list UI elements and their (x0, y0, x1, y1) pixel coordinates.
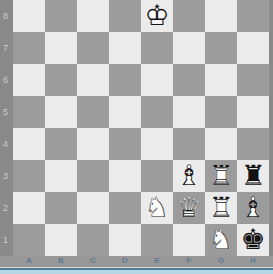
square-h3[interactable]: ♜ (237, 160, 269, 192)
square-e7[interactable] (141, 32, 173, 64)
square-a5[interactable] (13, 96, 45, 128)
square-h1[interactable]: ♚ (237, 224, 269, 256)
file-label-b: B (58, 257, 64, 265)
square-c7[interactable] (77, 32, 109, 64)
black-rook[interactable]: ♜ (237, 160, 269, 192)
white-rook[interactable]: ♜♖ (205, 160, 237, 192)
square-d6[interactable] (109, 64, 141, 96)
square-a7[interactable] (13, 32, 45, 64)
square-b2[interactable] (45, 192, 77, 224)
black-king[interactable]: ♚ (237, 224, 269, 256)
file-label-f: F (187, 257, 192, 265)
square-c5[interactable] (77, 96, 109, 128)
square-e6[interactable] (141, 64, 173, 96)
square-g5[interactable] (205, 96, 237, 128)
square-g8[interactable] (205, 0, 237, 32)
square-a1[interactable] (13, 224, 45, 256)
square-b5[interactable] (45, 96, 77, 128)
square-h6[interactable] (237, 64, 269, 96)
rank-label-7: 7 (3, 44, 13, 53)
square-f2[interactable]: ♛♕ (173, 192, 205, 224)
square-g4[interactable] (205, 128, 237, 160)
square-g6[interactable] (205, 64, 237, 96)
square-a2[interactable] (13, 192, 45, 224)
rank-label-6: 6 (3, 76, 13, 85)
white-bishop-glyph: ♗ (237, 192, 269, 224)
square-g7[interactable] (205, 32, 237, 64)
square-g2[interactable]: ♜♖ (205, 192, 237, 224)
white-bishop[interactable]: ♝♗ (237, 192, 269, 224)
white-rook-glyph: ♖ (205, 160, 237, 192)
white-king[interactable]: ♚♔ (141, 0, 173, 32)
square-a4[interactable] (13, 128, 45, 160)
square-f1[interactable] (173, 224, 205, 256)
white-knight-glyph: ♘ (205, 224, 237, 256)
white-knight-glyph: ♘ (141, 192, 173, 224)
chess-board: ♚♔♝♗♜♖♜♞♘♛♕♜♖♝♗♞♘♚ (13, 0, 269, 256)
file-label-a: A (26, 257, 32, 265)
white-knight[interactable]: ♞♘ (141, 192, 173, 224)
white-king-glyph: ♔ (141, 0, 173, 32)
square-e1[interactable] (141, 224, 173, 256)
square-d3[interactable] (109, 160, 141, 192)
square-a6[interactable] (13, 64, 45, 96)
square-e8[interactable]: ♚♔ (141, 0, 173, 32)
rank-label-strip: 87654321 (0, 0, 13, 256)
square-g3[interactable]: ♜♖ (205, 160, 237, 192)
file-label-e: E (154, 257, 159, 265)
square-a8[interactable] (13, 0, 45, 32)
white-bishop[interactable]: ♝♗ (173, 160, 205, 192)
square-d4[interactable] (109, 128, 141, 160)
square-b8[interactable] (45, 0, 77, 32)
white-queen-glyph: ♕ (173, 192, 205, 224)
square-f5[interactable] (173, 96, 205, 128)
white-knight[interactable]: ♞♘ (205, 224, 237, 256)
square-h7[interactable] (237, 32, 269, 64)
square-c3[interactable] (77, 160, 109, 192)
black-rook-glyph: ♜ (237, 160, 269, 192)
square-h2[interactable]: ♝♗ (237, 192, 269, 224)
file-label-c: C (90, 257, 96, 265)
file-label-strip: ABCDEFGH (0, 256, 273, 267)
square-h5[interactable] (237, 96, 269, 128)
square-b1[interactable] (45, 224, 77, 256)
square-f3[interactable]: ♝♗ (173, 160, 205, 192)
square-f8[interactable] (173, 0, 205, 32)
rank-label-8: 8 (3, 12, 13, 21)
white-rook[interactable]: ♜♖ (205, 192, 237, 224)
white-bishop-glyph: ♗ (173, 160, 205, 192)
square-a3[interactable] (13, 160, 45, 192)
white-queen[interactable]: ♛♕ (173, 192, 205, 224)
rank-label-3: 3 (3, 172, 13, 181)
rank-label-2: 2 (3, 204, 13, 213)
file-label-d: D (122, 257, 128, 265)
square-e4[interactable] (141, 128, 173, 160)
black-king-glyph: ♚ (237, 224, 269, 256)
rank-label-4: 4 (3, 140, 13, 149)
rank-label-5: 5 (3, 108, 13, 117)
square-f4[interactable] (173, 128, 205, 160)
square-d5[interactable] (109, 96, 141, 128)
chess-diagram: 87654321 ♚♔♝♗♜♖♜♞♘♛♕♜♖♝♗♞♘♚ ABCDEFGH (0, 0, 273, 274)
square-d7[interactable] (109, 32, 141, 64)
square-c1[interactable] (77, 224, 109, 256)
square-d8[interactable] (109, 0, 141, 32)
white-rook-glyph: ♖ (205, 192, 237, 224)
rank-label-1: 1 (3, 236, 13, 245)
square-d2[interactable] (109, 192, 141, 224)
square-c2[interactable] (77, 192, 109, 224)
square-f7[interactable] (173, 32, 205, 64)
square-b6[interactable] (45, 64, 77, 96)
square-b3[interactable] (45, 160, 77, 192)
board-right-border (269, 0, 273, 256)
square-g1[interactable]: ♞♘ (205, 224, 237, 256)
file-label-g: G (218, 257, 224, 265)
square-e3[interactable] (141, 160, 173, 192)
square-e5[interactable] (141, 96, 173, 128)
square-b7[interactable] (45, 32, 77, 64)
square-f6[interactable] (173, 64, 205, 96)
square-c8[interactable] (77, 0, 109, 32)
accent-line-light (0, 270, 273, 274)
square-h8[interactable] (237, 0, 269, 32)
file-label-h: H (250, 257, 256, 265)
square-e2[interactable]: ♞♘ (141, 192, 173, 224)
square-d1[interactable] (109, 224, 141, 256)
square-c4[interactable] (77, 128, 109, 160)
square-b4[interactable] (45, 128, 77, 160)
square-c6[interactable] (77, 64, 109, 96)
square-h4[interactable] (237, 128, 269, 160)
